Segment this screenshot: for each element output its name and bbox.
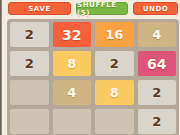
tile-32: 32 xyxy=(53,22,92,47)
empty-cell xyxy=(53,109,92,134)
board-2048[interactable]: 232164282644822 xyxy=(7,19,179,135)
toolbar: SAVE SHUFFLE (5) UNDO xyxy=(8,2,178,15)
tile-4: 4 xyxy=(138,22,177,47)
tile-2: 2 xyxy=(95,51,134,76)
tile-2: 2 xyxy=(138,109,177,134)
tile-16: 16 xyxy=(95,22,134,47)
tile-8: 8 xyxy=(95,80,134,105)
empty-cell xyxy=(95,109,134,134)
save-button[interactable]: SAVE xyxy=(8,2,71,15)
tile-4: 4 xyxy=(53,80,92,105)
tile-64: 64 xyxy=(138,51,177,76)
undo-button[interactable]: UNDO xyxy=(133,2,178,15)
shuffle-button[interactable]: SHUFFLE (5) xyxy=(76,2,128,15)
tile-2: 2 xyxy=(10,51,49,76)
empty-cell xyxy=(10,80,49,105)
tile-8: 8 xyxy=(53,51,92,76)
tile-2: 2 xyxy=(138,80,177,105)
screen-left-edge xyxy=(0,0,2,135)
empty-cell xyxy=(10,109,49,134)
tile-2: 2 xyxy=(10,22,49,47)
